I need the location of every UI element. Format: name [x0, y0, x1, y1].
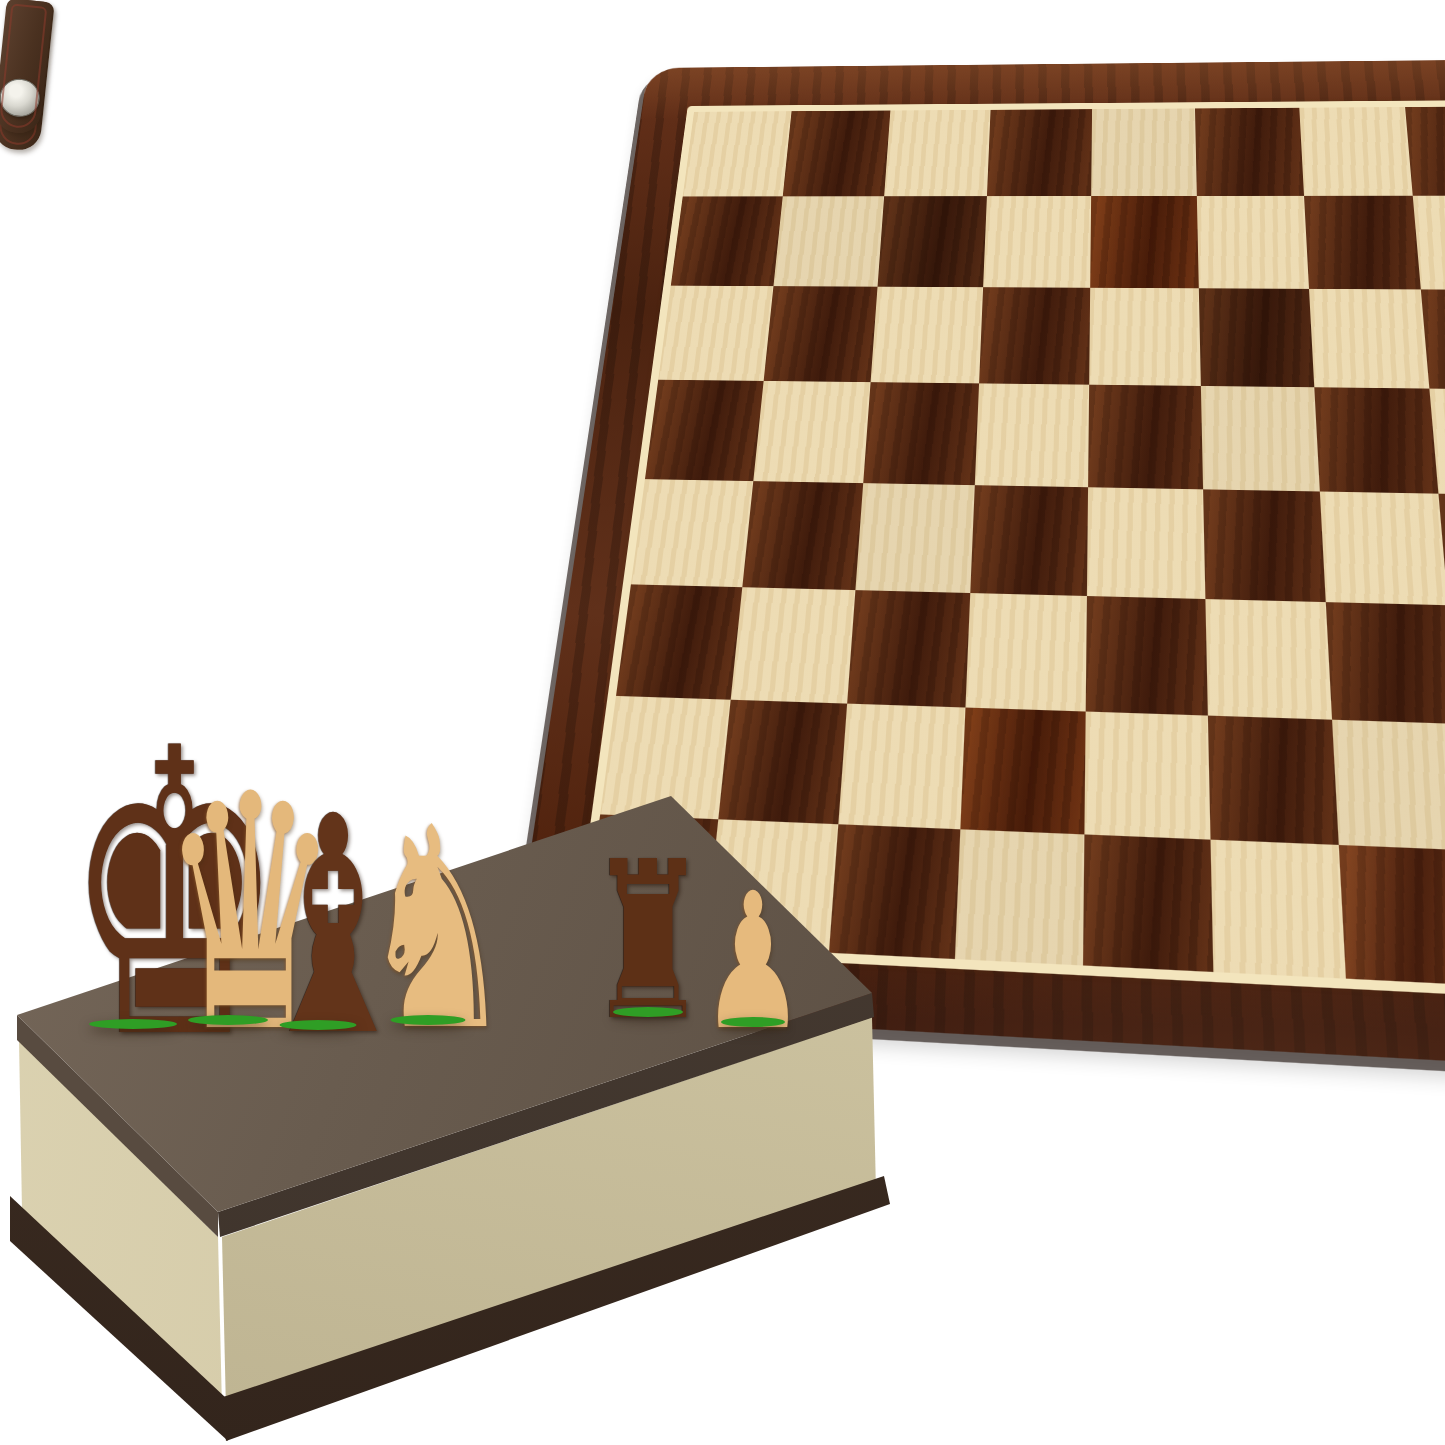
- box-strap-right: [0, 0, 53, 135]
- snap-button-icon: [0, 77, 42, 119]
- product-photo: ♚ ♛ ♝ ♞ ♜ ♟: [0, 0, 1445, 1445]
- storage-box: [0, 0, 1445, 1445]
